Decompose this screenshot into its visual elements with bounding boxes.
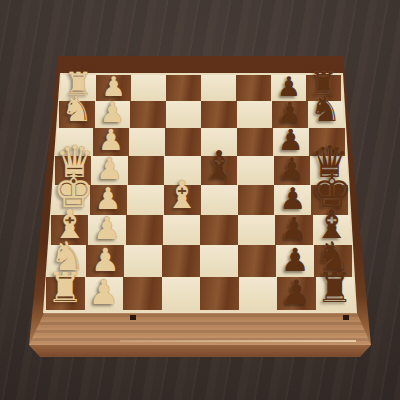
piece-black-pawn: ♟ [274, 184, 311, 214]
board-row-5: ♚♟♝♟♚ [53, 185, 348, 215]
square-a5[interactable] [201, 75, 236, 101]
square-h3[interactable] [123, 277, 162, 311]
board-row-1: ♜♟♟♜ [61, 75, 341, 101]
square-g7[interactable]: ♟ [276, 245, 314, 277]
square-e4[interactable]: ♝ [164, 185, 201, 215]
square-c7[interactable]: ♟ [273, 128, 309, 156]
square-h8[interactable]: ♜ [316, 277, 355, 311]
piece-white-pawn: ♟ [90, 184, 127, 214]
piece-black-rook: ♜ [306, 68, 341, 100]
piece-white-pawn: ♟ [93, 126, 129, 155]
square-a3[interactable] [131, 75, 166, 101]
square-a6[interactable] [236, 75, 271, 101]
square-b5[interactable] [201, 101, 237, 128]
square-b1[interactable]: ♞ [59, 101, 95, 128]
piece-black-pawn: ♟ [273, 126, 309, 155]
piece-white-pawn: ♟ [95, 99, 131, 127]
board-row-8: ♜♟♟♜ [46, 277, 354, 311]
board-row-3: ♟♟ [57, 128, 345, 156]
square-b8[interactable]: ♞ [308, 101, 344, 128]
chess-board: ♜♟♟♜♞♟♟♞♟♟♛♟♝♟♛♚♟♝♟♚♝♟♟♝♞♟♟♞♜♟♟♜ [0, 0, 400, 400]
square-e6[interactable] [238, 185, 275, 215]
square-g8[interactable]: ♞ [314, 245, 352, 277]
board-row-7: ♞♟♟♞ [48, 245, 352, 277]
square-a8[interactable]: ♜ [306, 75, 341, 101]
piece-black-pawn: ♟ [275, 213, 312, 244]
square-h1[interactable]: ♜ [46, 277, 85, 311]
square-d1[interactable]: ♛ [55, 156, 91, 185]
square-g1[interactable]: ♞ [48, 245, 86, 277]
square-b2[interactable]: ♟ [95, 101, 131, 128]
square-f8[interactable]: ♝ [313, 215, 350, 246]
square-e7[interactable]: ♟ [274, 185, 311, 215]
square-g3[interactable] [124, 245, 162, 277]
piece-white-pawn: ♟ [96, 73, 131, 100]
square-f6[interactable] [238, 215, 275, 246]
board-row-6: ♝♟♟♝ [51, 215, 350, 246]
square-a2[interactable]: ♟ [96, 75, 131, 101]
piece-white-pawn: ♟ [88, 213, 125, 244]
square-d2[interactable]: ♟ [91, 156, 127, 185]
square-c1[interactable] [57, 128, 93, 156]
square-d8[interactable]: ♛ [310, 156, 346, 185]
square-c4[interactable] [165, 128, 201, 156]
square-e2[interactable]: ♟ [90, 185, 127, 215]
square-c2[interactable]: ♟ [93, 128, 129, 156]
piece-black-pawn: ♟ [272, 99, 308, 127]
square-d7[interactable]: ♟ [274, 156, 310, 185]
square-d3[interactable] [128, 156, 164, 185]
square-a4[interactable] [166, 75, 201, 101]
square-g4[interactable] [162, 245, 200, 277]
square-b6[interactable] [237, 101, 273, 128]
piece-white-pawn: ♟ [86, 244, 124, 276]
square-f1[interactable]: ♝ [51, 215, 88, 246]
square-h7[interactable]: ♟ [277, 277, 316, 311]
square-g5[interactable] [200, 245, 238, 277]
square-b4[interactable] [166, 101, 202, 128]
square-d6[interactable] [237, 156, 273, 185]
piece-black-pawn: ♟ [277, 275, 316, 309]
piece-white-pawn: ♟ [91, 154, 127, 184]
table-surface: ♜♟♟♜♞♟♟♞♟♟♛♟♝♟♛♚♟♝♟♚♝♟♟♝♞♟♟♞♜♟♟♜ [0, 0, 400, 400]
square-a7[interactable]: ♟ [271, 75, 306, 101]
square-e1[interactable]: ♚ [53, 185, 90, 215]
piece-white-pawn: ♟ [85, 275, 124, 309]
square-d4[interactable] [164, 156, 200, 185]
square-d5[interactable]: ♝ [201, 156, 237, 185]
square-e8[interactable]: ♚ [311, 185, 348, 215]
square-f2[interactable]: ♟ [88, 215, 125, 246]
square-b3[interactable] [130, 101, 166, 128]
piece-black-pawn: ♟ [274, 154, 310, 184]
square-g2[interactable]: ♟ [86, 245, 124, 277]
square-c5[interactable] [201, 128, 237, 156]
piece-black-pawn: ♟ [271, 73, 306, 100]
square-h4[interactable] [162, 277, 201, 311]
square-e3[interactable] [127, 185, 164, 215]
square-h5[interactable] [200, 277, 239, 311]
square-f7[interactable]: ♟ [275, 215, 312, 246]
square-c8[interactable] [309, 128, 345, 156]
piece-black-pawn: ♟ [276, 244, 314, 276]
square-g6[interactable] [238, 245, 276, 277]
square-h2[interactable]: ♟ [85, 277, 124, 311]
square-c3[interactable] [129, 128, 165, 156]
square-a1[interactable]: ♜ [61, 75, 96, 101]
piece-white-rook: ♜ [61, 68, 96, 100]
square-e5[interactable] [201, 185, 238, 215]
board-row-2: ♞♟♟♞ [59, 101, 343, 128]
board-row-4: ♛♟♝♟♛ [55, 156, 347, 185]
square-b7[interactable]: ♟ [272, 101, 308, 128]
square-c6[interactable] [237, 128, 273, 156]
square-f3[interactable] [126, 215, 163, 246]
square-f4[interactable] [163, 215, 200, 246]
square-h6[interactable] [239, 277, 278, 311]
square-f5[interactable] [200, 215, 237, 246]
